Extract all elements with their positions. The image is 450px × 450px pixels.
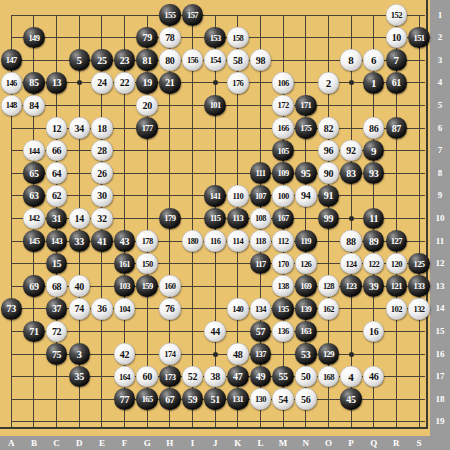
stone-white-104-F14: 104 — [114, 298, 136, 320]
stone-white-48-K16: 48 — [227, 343, 249, 365]
stone-white-158-K2: 158 — [227, 27, 249, 49]
stone-black-171-N5: 171 — [295, 95, 317, 117]
star-point-P10 — [349, 216, 354, 221]
stone-white-150-G12: 150 — [136, 253, 158, 275]
star-point-P16 — [349, 352, 354, 357]
stone-white-118-L11: 118 — [250, 230, 272, 252]
stone-white-106-M4: 106 — [272, 72, 294, 94]
board-right-edge-line — [426, 0, 428, 429]
stone-black-159-G13: 159 — [136, 275, 158, 297]
stone-black-79-G2: 79 — [136, 27, 158, 49]
col-label-D: D — [69, 438, 89, 449]
stone-white-178-G11: 178 — [136, 230, 158, 252]
row-label-5: 5 — [430, 100, 450, 111]
col-label-S: S — [409, 438, 429, 449]
stone-black-101-J5: 101 — [204, 95, 226, 117]
stone-white-72-C15: 72 — [46, 321, 68, 343]
stone-black-25-E3: 25 — [91, 49, 113, 71]
stone-black-33-D11: 33 — [69, 230, 91, 252]
grid-line-col-S — [419, 15, 420, 428]
stone-white-22-F4: 22 — [114, 72, 136, 94]
row-label-4: 4 — [430, 77, 450, 88]
stone-white-170-M12: 170 — [272, 253, 294, 275]
stone-white-20-G5: 20 — [136, 95, 158, 117]
stone-white-32-E10: 32 — [91, 208, 113, 230]
star-point-J16 — [213, 352, 218, 357]
stone-black-153-J2: 153 — [204, 27, 226, 49]
stone-white-40-D13: 40 — [69, 275, 91, 297]
stone-white-114-K11: 114 — [227, 230, 249, 252]
stone-black-23-F3: 23 — [114, 49, 136, 71]
stone-black-157-I1: 157 — [182, 4, 204, 26]
stone-black-143-C11: 143 — [46, 230, 68, 252]
stone-white-130-L18: 130 — [250, 388, 272, 410]
stone-white-142-B10: 142 — [23, 208, 45, 230]
stone-white-14-D10: 14 — [69, 208, 91, 230]
stone-black-21-H4: 21 — [159, 72, 181, 94]
stone-white-164-F17: 164 — [114, 366, 136, 388]
stone-black-125-S12: 125 — [408, 253, 430, 275]
stone-black-91-O9: 91 — [318, 185, 340, 207]
stone-white-34-D6: 34 — [69, 117, 91, 139]
stone-black-135-M14: 135 — [272, 298, 294, 320]
stone-black-127-R11: 127 — [386, 230, 408, 252]
row-label-17: 17 — [430, 371, 450, 382]
stone-black-77-F18: 77 — [114, 388, 136, 410]
stone-white-162-O14: 162 — [318, 298, 340, 320]
stone-black-121-R13: 121 — [386, 275, 408, 297]
stone-black-11-Q10: 11 — [363, 208, 385, 230]
stone-white-176-K4: 176 — [227, 72, 249, 94]
stone-black-69-B13: 69 — [23, 275, 45, 297]
col-label-L: L — [250, 438, 270, 449]
stone-white-52-I17: 52 — [182, 366, 204, 388]
stone-black-147-A3: 147 — [1, 49, 23, 71]
stone-white-46-Q17: 46 — [363, 366, 385, 388]
stone-black-133-S13: 133 — [408, 275, 430, 297]
stone-white-100-M9: 100 — [272, 185, 294, 207]
grid-line-row-19 — [11, 421, 425, 422]
stone-black-173-H17: 173 — [159, 366, 181, 388]
stone-white-6-Q3: 6 — [363, 49, 385, 71]
stone-white-110-K9: 110 — [227, 185, 249, 207]
stone-black-165-G18: 165 — [136, 388, 158, 410]
stone-white-42-F16: 42 — [114, 343, 136, 365]
stone-black-75-C16: 75 — [46, 343, 68, 365]
stone-black-113-K10: 113 — [227, 208, 249, 230]
stone-white-94-N9: 94 — [295, 185, 317, 207]
row-label-7: 7 — [430, 145, 450, 156]
stone-white-80-H3: 80 — [159, 49, 181, 71]
stone-white-8-P3: 8 — [340, 49, 362, 71]
stone-white-24-E4: 24 — [91, 72, 113, 94]
stone-white-66-C7: 66 — [46, 140, 68, 162]
stone-black-151-S2: 151 — [408, 27, 430, 49]
stone-black-85-B4: 85 — [23, 72, 45, 94]
stone-black-47-K17: 47 — [227, 366, 249, 388]
stone-white-50-N17: 50 — [295, 366, 317, 388]
stone-white-172-M5: 172 — [272, 95, 294, 117]
stone-black-99-O10: 99 — [318, 208, 340, 230]
go-board-diagram: 1234567891011121314151618192021222324252… — [0, 0, 450, 450]
row-label-12: 12 — [430, 258, 450, 269]
stone-white-124-P12: 124 — [340, 253, 362, 275]
stone-white-18-E6: 18 — [91, 117, 113, 139]
stone-black-179-H10: 179 — [159, 208, 181, 230]
row-label-19: 19 — [430, 416, 450, 427]
star-point-P4 — [349, 80, 354, 85]
stone-white-128-O13: 128 — [318, 275, 340, 297]
stone-white-154-J3: 154 — [204, 49, 226, 71]
col-label-B: B — [24, 438, 44, 449]
stone-black-111-L8: 111 — [250, 162, 272, 184]
col-label-N: N — [296, 438, 316, 449]
stone-black-9-Q7: 9 — [363, 140, 385, 162]
stone-white-44-J15: 44 — [204, 321, 226, 343]
stone-white-16-Q15: 16 — [363, 321, 385, 343]
stone-black-131-K18: 131 — [227, 388, 249, 410]
stone-black-137-L16: 137 — [250, 343, 272, 365]
board-bottom-edge-line — [0, 427, 427, 429]
stone-black-57-L15: 57 — [250, 321, 272, 343]
stone-white-140-K14: 140 — [227, 298, 249, 320]
col-label-O: O — [318, 438, 338, 449]
stone-white-132-S14: 132 — [408, 298, 430, 320]
stone-black-167-M10: 167 — [272, 208, 294, 230]
stone-black-89-Q11: 89 — [363, 230, 385, 252]
stone-black-129-O16: 129 — [318, 343, 340, 365]
stone-white-148-A5: 148 — [1, 95, 23, 117]
stone-black-65-B8: 65 — [23, 162, 45, 184]
stone-white-92-P7: 92 — [340, 140, 362, 162]
col-label-C: C — [47, 438, 67, 449]
star-point-J4 — [213, 80, 218, 85]
row-label-6: 6 — [430, 123, 450, 134]
stone-black-169-N13: 169 — [295, 275, 317, 297]
stone-white-144-B7: 144 — [23, 140, 45, 162]
row-label-9: 9 — [430, 190, 450, 201]
row-label-2: 2 — [430, 32, 450, 43]
stone-white-84-B5: 84 — [23, 95, 45, 117]
stone-black-123-P13: 123 — [340, 275, 362, 297]
col-label-I: I — [183, 438, 203, 449]
row-label-11: 11 — [430, 236, 450, 247]
stone-black-45-P18: 45 — [340, 388, 362, 410]
stone-black-73-A14: 73 — [1, 298, 23, 320]
stone-black-67-H18: 67 — [159, 388, 181, 410]
stone-black-175-N6: 175 — [295, 117, 317, 139]
stone-black-5-D3: 5 — [69, 49, 91, 71]
col-label-Q: Q — [364, 438, 384, 449]
row-label-3: 3 — [430, 55, 450, 66]
row-label-13: 13 — [430, 281, 450, 292]
stone-black-145-B11: 145 — [23, 230, 45, 252]
stone-black-51-J18: 51 — [204, 388, 226, 410]
stone-black-95-N8: 95 — [295, 162, 317, 184]
col-label-G: G — [137, 438, 157, 449]
col-label-E: E — [92, 438, 112, 449]
stone-black-71-B15: 71 — [23, 321, 45, 343]
stone-black-163-N15: 163 — [295, 321, 317, 343]
stone-white-134-L14: 134 — [250, 298, 272, 320]
stone-white-156-I3: 156 — [182, 49, 204, 71]
col-label-K: K — [228, 438, 248, 449]
stone-white-76-H14: 76 — [159, 298, 181, 320]
stone-white-86-Q6: 86 — [363, 117, 385, 139]
stone-white-74-D14: 74 — [69, 298, 91, 320]
stone-black-105-M7: 105 — [272, 140, 294, 162]
stone-white-180-I11: 180 — [182, 230, 204, 252]
stone-white-64-C8: 64 — [46, 162, 68, 184]
stone-white-4-P17: 4 — [340, 366, 362, 388]
stone-black-43-F11: 43 — [114, 230, 136, 252]
stone-white-54-M18: 54 — [272, 388, 294, 410]
stone-black-3-D16: 3 — [69, 343, 91, 365]
col-label-M: M — [273, 438, 293, 449]
stone-white-58-K3: 58 — [227, 49, 249, 71]
stone-white-90-O8: 90 — [318, 162, 340, 184]
stone-black-149-B2: 149 — [23, 27, 45, 49]
stone-white-160-H13: 160 — [159, 275, 181, 297]
stone-black-155-H1: 155 — [159, 4, 181, 26]
stone-black-139-N14: 139 — [295, 298, 317, 320]
stone-white-78-H2: 78 — [159, 27, 181, 49]
stone-black-53-N16: 53 — [295, 343, 317, 365]
stone-black-119-N11: 119 — [295, 230, 317, 252]
row-label-1: 1 — [430, 10, 450, 21]
stone-black-141-J9: 141 — [204, 185, 226, 207]
stone-black-7-R3: 7 — [386, 49, 408, 71]
stone-white-30-E9: 30 — [91, 185, 113, 207]
col-label-P: P — [341, 438, 361, 449]
stone-white-166-M6: 166 — [272, 117, 294, 139]
col-label-R: R — [386, 438, 406, 449]
row-label-8: 8 — [430, 168, 450, 179]
stone-black-1-Q4: 1 — [363, 72, 385, 94]
stone-black-31-C10: 31 — [46, 208, 68, 230]
stone-white-138-M13: 138 — [272, 275, 294, 297]
stone-black-63-B9: 63 — [23, 185, 45, 207]
stone-black-37-C14: 37 — [46, 298, 68, 320]
stone-white-126-N12: 126 — [295, 253, 317, 275]
stone-black-161-F12: 161 — [114, 253, 136, 275]
col-label-A: A — [1, 438, 21, 449]
stone-black-109-M8: 109 — [272, 162, 294, 184]
stone-black-93-Q8: 93 — [363, 162, 385, 184]
stone-black-49-L17: 49 — [250, 366, 272, 388]
stone-black-107-L9: 107 — [250, 185, 272, 207]
stone-white-82-O6: 82 — [318, 117, 340, 139]
stone-black-87-R6: 87 — [386, 117, 408, 139]
col-label-H: H — [160, 438, 180, 449]
stone-black-55-M17: 55 — [272, 366, 294, 388]
stone-black-81-G3: 81 — [136, 49, 158, 71]
stone-white-146-A4: 146 — [1, 72, 23, 94]
row-label-16: 16 — [430, 349, 450, 360]
stone-white-112-M11: 112 — [272, 230, 294, 252]
stone-black-13-C4: 13 — [46, 72, 68, 94]
row-label-14: 14 — [430, 303, 450, 314]
stone-white-60-G17: 60 — [136, 366, 158, 388]
row-label-10: 10 — [430, 213, 450, 224]
stone-black-177-G6: 177 — [136, 117, 158, 139]
stone-white-88-P11: 88 — [340, 230, 362, 252]
stone-white-12-C6: 12 — [46, 117, 68, 139]
col-label-F: F — [115, 438, 135, 449]
stone-black-35-D17: 35 — [69, 366, 91, 388]
stone-white-102-R14: 102 — [386, 298, 408, 320]
stone-white-62-C9: 62 — [46, 185, 68, 207]
stone-white-108-L10: 108 — [250, 208, 272, 230]
stone-white-56-N18: 56 — [295, 388, 317, 410]
stone-white-98-L3: 98 — [250, 49, 272, 71]
stone-white-36-E14: 36 — [91, 298, 113, 320]
stone-white-168-O17: 168 — [318, 366, 340, 388]
row-coordinate-strip — [430, 0, 450, 450]
stone-black-115-J10: 115 — [204, 208, 226, 230]
stone-white-120-R12: 120 — [386, 253, 408, 275]
col-label-J: J — [205, 438, 225, 449]
stone-white-38-J17: 38 — [204, 366, 226, 388]
stone-white-26-E8: 26 — [91, 162, 113, 184]
stone-black-61-R4: 61 — [386, 72, 408, 94]
stone-white-96-O7: 96 — [318, 140, 340, 162]
stone-white-136-M15: 136 — [272, 321, 294, 343]
stone-white-10-R2: 10 — [386, 27, 408, 49]
row-label-15: 15 — [430, 326, 450, 337]
stone-black-15-C12: 15 — [46, 253, 68, 275]
stone-white-152-R1: 152 — [386, 4, 408, 26]
stone-black-83-P8: 83 — [340, 162, 362, 184]
stone-white-28-E7: 28 — [91, 140, 113, 162]
stone-white-122-Q12: 122 — [363, 253, 385, 275]
stone-black-41-E11: 41 — [91, 230, 113, 252]
stone-black-19-G4: 19 — [136, 72, 158, 94]
row-label-18: 18 — [430, 394, 450, 405]
stone-white-116-J11: 116 — [204, 230, 226, 252]
stone-white-174-H16: 174 — [159, 343, 181, 365]
stone-black-39-Q13: 39 — [363, 275, 385, 297]
grid-line-row-1 — [11, 15, 425, 16]
stone-black-117-L12: 117 — [250, 253, 272, 275]
star-point-D4 — [77, 80, 82, 85]
stone-black-103-F13: 103 — [114, 275, 136, 297]
stone-black-59-I18: 59 — [182, 388, 204, 410]
stone-white-68-C13: 68 — [46, 275, 68, 297]
stone-white-2-O4: 2 — [318, 72, 340, 94]
